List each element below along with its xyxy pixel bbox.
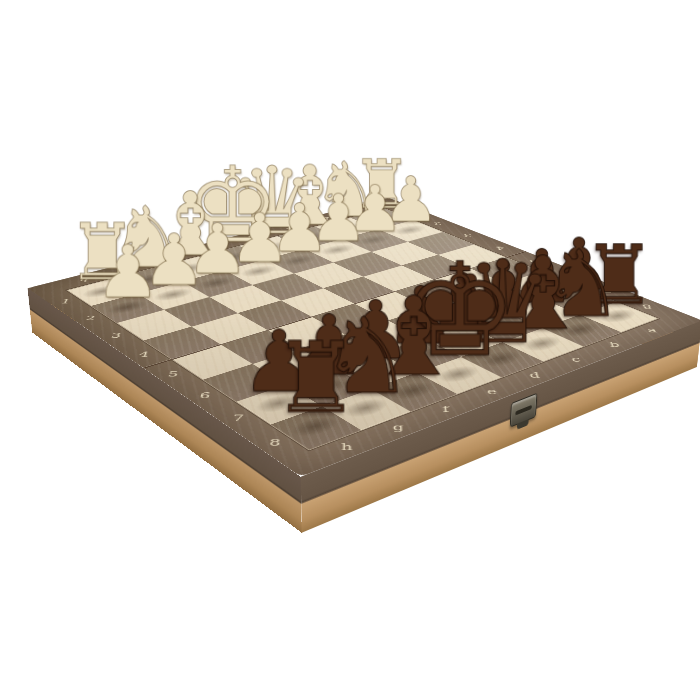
file-label-d-near: d — [529, 371, 541, 379]
file-label-f-far: f — [168, 255, 175, 260]
clasp-slot — [515, 405, 532, 416]
piece-shadow — [431, 363, 486, 386]
piece-shadow — [249, 391, 307, 416]
piece-shadow — [360, 212, 402, 225]
piece-white-king: ♚ — [168, 120, 296, 257]
piece-shadow — [299, 374, 356, 398]
piece-shadow — [474, 348, 528, 370]
piece-shadow — [336, 395, 395, 421]
piece-shadow — [209, 250, 255, 265]
file-label-e-far: e — [208, 245, 217, 250]
file-label-h-far: h — [78, 277, 90, 283]
rank-label-4-far: 4 — [495, 246, 504, 251]
rank-label-1-near: 1 — [60, 298, 72, 304]
rank-label-1-far: 1 — [405, 210, 413, 214]
file-label-g-far: g — [123, 266, 134, 271]
piece-shadow — [276, 253, 322, 268]
rank-label-7-far: 7 — [601, 288, 612, 294]
file-label-e-near: e — [486, 387, 497, 395]
piece-white-knight: ♞ — [286, 99, 407, 228]
rank-label-3-far: 3 — [463, 233, 472, 238]
piece-shadow — [285, 413, 345, 440]
rank-label-2-far: 2 — [433, 221, 441, 226]
piece-shadow — [235, 263, 282, 279]
file-label-h-near: h — [341, 442, 352, 452]
metal-clasp-icon — [510, 393, 538, 428]
piece-white-rook: ♜ — [323, 92, 441, 219]
file-label-b-near: b — [608, 341, 621, 348]
rank-label-7-near: 7 — [232, 414, 244, 423]
piece-shadow — [167, 260, 214, 276]
rank-label-6-far: 6 — [564, 273, 575, 279]
piece-shadow — [393, 344, 447, 366]
file-label-d-far: d — [247, 235, 256, 240]
product-photo-canvas: ♜♞♝♛♚♝♞♜♟♟♟♟♟♟♟♟♟♟♟♟♟♟♟♟♜♞♝♛♚♝♞♜ aa88bb7… — [0, 0, 700, 700]
rank-label-4-near: 4 — [138, 351, 150, 358]
piece-white-pawn: ♟ — [57, 157, 198, 308]
piece-shadow — [347, 359, 402, 382]
rank-label-5-far: 5 — [529, 259, 539, 264]
rank-label-5-near: 5 — [167, 370, 179, 378]
piece-shadow — [325, 221, 367, 234]
piece-shadow — [315, 243, 360, 258]
board-frame: ♜♞♝♛♚♝♞♜♟♟♟♟♟♟♟♟♟♟♟♟♟♟♟♟♜♞♝♛♚♝♞♜ aa88bb7… — [28, 198, 700, 477]
piece-shadow — [77, 283, 126, 300]
piece-black-pawn: ♟ — [510, 151, 649, 300]
rank-label-8-far: 8 — [641, 303, 653, 309]
piece-shadow — [288, 230, 331, 244]
piece-shadow — [554, 291, 602, 309]
file-label-a-near: a — [646, 327, 658, 334]
file-label-f-near: f — [442, 405, 449, 414]
piece-shadow — [352, 233, 395, 247]
scene: ♜♞♝♛♚♝♞♜♟♟♟♟♟♟♟♟♟♟♟♟♟♟♟♟♜♞♝♛♚♝♞♜ aa88bb7… — [0, 0, 700, 700]
clasp-hook — [517, 419, 529, 430]
piece-shadow — [593, 307, 642, 326]
chess-box: ♜♞♝♛♚♝♞♜♟♟♟♟♟♟♟♟♟♟♟♟♟♟♟♟♜♞♝♛♚♝♞♜ aa88bb7… — [28, 198, 700, 477]
file-label-g-near: g — [392, 423, 404, 432]
rank-label-6-near: 6 — [199, 391, 211, 399]
piece-shadow — [388, 223, 431, 237]
piece-shadow — [516, 303, 565, 322]
file-label-c-far: c — [285, 226, 292, 231]
rank-label-8-near: 8 — [269, 438, 281, 448]
piece-shadow — [436, 329, 488, 350]
piece-shadow — [385, 379, 442, 403]
file-label-c-near: c — [570, 356, 581, 364]
piece-shadow — [477, 316, 528, 336]
piece-shadow — [249, 240, 293, 255]
file-label-b-far: b — [321, 217, 329, 221]
rank-label-3-near: 3 — [110, 332, 122, 339]
piece-shadow — [123, 271, 171, 288]
file-label-a-far: a — [357, 208, 364, 212]
rank-label-2-near: 2 — [84, 315, 96, 322]
